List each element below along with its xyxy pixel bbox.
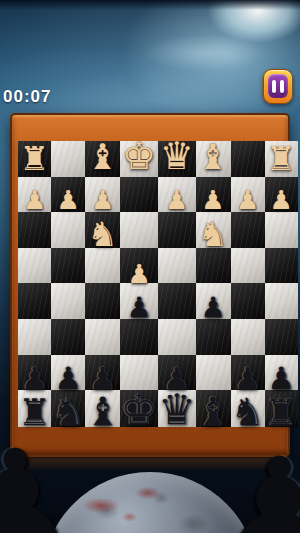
square-g1[interactable] (51, 141, 85, 177)
square-f8[interactable]: ♝ (85, 390, 120, 427)
square-g5[interactable] (51, 283, 85, 319)
square-e6[interactable] (120, 319, 158, 355)
piece-black-bishop[interactable]: ♝ (196, 393, 231, 430)
square-e4[interactable]: ♟ (120, 248, 158, 284)
square-h8[interactable]: ♜ (18, 390, 51, 427)
square-b4[interactable] (231, 248, 265, 284)
piece-black-king[interactable]: ♚ (120, 390, 158, 430)
piece-black-knight[interactable]: ♞ (51, 394, 85, 430)
square-d5[interactable] (158, 283, 196, 319)
square-h6[interactable] (18, 319, 51, 355)
square-b6[interactable] (231, 319, 265, 355)
square-b5[interactable] (231, 283, 265, 319)
board-frame: ♜♝♚♛♝♜♟♟♟♟♟♟♟♞♞♟♟♟♟♟♟♟♟♟♜♞♝♚♛♝♞♜ (10, 113, 290, 457)
piece-white-pawn[interactable]: ♟ (165, 188, 188, 213)
piece-black-knight[interactable]: ♞ (231, 394, 265, 430)
pause-icon (268, 74, 288, 98)
game-screen: 00:07 ♜♝♚♛♝♜♟♟♟♟♟♟♟♞♞♟♟♟♟♟♟♟♟♟♜♞♝♚♛♝♞♜ ♟… (0, 0, 300, 533)
square-c5[interactable]: ♟ (196, 283, 231, 319)
decor-planet (42, 472, 258, 533)
square-h1[interactable]: ♜ (18, 141, 51, 177)
square-h2[interactable]: ♟ (18, 177, 51, 213)
square-f1[interactable]: ♝ (85, 141, 120, 177)
square-c3[interactable]: ♞ (196, 212, 231, 248)
board-grid: ♜♝♚♛♝♜♟♟♟♟♟♟♟♞♞♟♟♟♟♟♟♟♟♟♜♞♝♚♛♝♞♜ (18, 141, 279, 427)
square-e2[interactable] (120, 177, 158, 213)
square-d4[interactable] (158, 248, 196, 284)
square-g6[interactable] (51, 319, 85, 355)
square-h7[interactable]: ♟ (18, 355, 51, 391)
piece-white-king[interactable]: ♚ (122, 138, 156, 174)
square-g3[interactable] (51, 212, 85, 248)
piece-white-pawn[interactable]: ♟ (91, 188, 114, 213)
square-a5[interactable] (265, 283, 298, 319)
piece-white-knight[interactable]: ♞ (87, 218, 117, 250)
square-b8[interactable]: ♞ (231, 390, 265, 427)
piece-white-pawn[interactable]: ♟ (57, 188, 80, 213)
square-f7[interactable]: ♟ (85, 355, 120, 391)
square-a4[interactable] (265, 248, 298, 284)
piece-white-rook[interactable]: ♜ (266, 143, 296, 174)
square-a1[interactable]: ♜ (265, 141, 298, 177)
square-e3[interactable] (120, 212, 158, 248)
square-g8[interactable]: ♞ (51, 390, 85, 427)
square-a3[interactable] (265, 212, 298, 248)
square-e8[interactable]: ♚ (120, 390, 158, 427)
square-a6[interactable] (265, 319, 298, 355)
square-b7[interactable]: ♟ (231, 355, 265, 391)
square-c6[interactable] (196, 319, 231, 355)
square-d6[interactable] (158, 319, 196, 355)
piece-white-bishop[interactable]: ♝ (197, 141, 228, 174)
square-h4[interactable] (18, 248, 51, 284)
square-a8[interactable]: ♜ (265, 390, 298, 427)
piece-white-bishop[interactable]: ♝ (87, 141, 118, 174)
piece-black-pawn[interactable]: ♟ (21, 364, 49, 393)
square-g2[interactable]: ♟ (51, 177, 85, 213)
square-c8[interactable]: ♝ (196, 390, 231, 427)
board-reflection (14, 457, 286, 471)
square-d8[interactable]: ♛ (158, 390, 196, 427)
square-c1[interactable]: ♝ (196, 141, 231, 177)
square-d3[interactable] (158, 212, 196, 248)
square-f5[interactable] (85, 283, 120, 319)
piece-white-rook[interactable]: ♜ (20, 143, 50, 174)
square-b2[interactable]: ♟ (231, 177, 265, 213)
piece-black-rook[interactable]: ♜ (18, 395, 51, 430)
square-f2[interactable]: ♟ (85, 177, 120, 213)
game-timer: 00:07 (3, 87, 51, 107)
square-a2[interactable]: ♟ (265, 177, 298, 213)
piece-black-queen[interactable]: ♛ (158, 390, 196, 430)
square-b3[interactable] (231, 212, 265, 248)
piece-black-pawn[interactable]: ♟ (200, 295, 225, 322)
square-d1[interactable]: ♛ (158, 141, 196, 177)
square-g4[interactable] (51, 248, 85, 284)
piece-white-pawn[interactable]: ♟ (201, 188, 224, 213)
piece-white-pawn[interactable]: ♟ (236, 188, 259, 213)
square-c2[interactable]: ♟ (196, 177, 231, 213)
square-h3[interactable] (18, 212, 51, 248)
piece-white-pawn[interactable]: ♟ (23, 188, 46, 213)
square-g7[interactable]: ♟ (51, 355, 85, 391)
piece-black-bishop[interactable]: ♝ (85, 393, 120, 430)
piece-white-pawn[interactable]: ♟ (127, 262, 150, 287)
piece-white-queen[interactable]: ♛ (160, 138, 194, 174)
square-h5[interactable] (18, 283, 51, 319)
piece-black-pawn[interactable]: ♟ (234, 364, 262, 393)
pause-button[interactable] (263, 69, 293, 104)
square-a7[interactable]: ♟ (265, 355, 298, 391)
square-b1[interactable] (231, 141, 265, 177)
piece-black-rook[interactable]: ♜ (265, 395, 298, 430)
square-c7[interactable] (196, 355, 231, 391)
piece-black-pawn[interactable]: ♟ (126, 295, 151, 322)
square-f3[interactable]: ♞ (85, 212, 120, 248)
piece-white-knight[interactable]: ♞ (198, 218, 228, 250)
square-f6[interactable] (85, 319, 120, 355)
piece-black-pawn[interactable]: ♟ (267, 364, 295, 393)
square-d2[interactable]: ♟ (158, 177, 196, 213)
piece-white-pawn[interactable]: ♟ (270, 188, 293, 213)
square-e1[interactable]: ♚ (120, 141, 158, 177)
piece-black-pawn[interactable]: ♟ (54, 364, 82, 393)
